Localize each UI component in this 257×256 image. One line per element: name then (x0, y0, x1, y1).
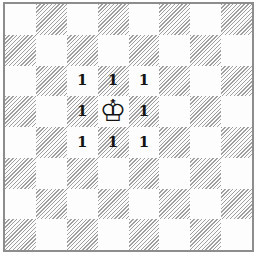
square-h3 (221, 158, 252, 189)
square-f7 (159, 35, 190, 66)
square-e8 (129, 4, 160, 35)
square-f5 (159, 96, 190, 127)
square-f2 (159, 189, 190, 220)
square-b1 (36, 219, 67, 250)
square-g1 (190, 219, 221, 250)
square-g7 (190, 35, 221, 66)
square-e6: 1 (129, 66, 160, 97)
square-g2 (190, 189, 221, 220)
square-f8 (159, 4, 190, 35)
square-b4 (36, 127, 67, 158)
square-a2 (5, 189, 36, 220)
square-h6 (221, 66, 252, 97)
square-g6 (190, 66, 221, 97)
square-c4: 1 (67, 127, 98, 158)
move-count-label-c6: 1 (77, 73, 87, 88)
square-e7 (129, 35, 160, 66)
square-d4: 1 (98, 127, 129, 158)
square-d6: 1 (98, 66, 129, 97)
square-g3 (190, 158, 221, 189)
square-d5: ♔ (98, 96, 129, 127)
square-e3 (129, 158, 160, 189)
square-h1 (221, 219, 252, 250)
square-a6 (5, 66, 36, 97)
square-c6: 1 (67, 66, 98, 97)
square-d3 (98, 158, 129, 189)
square-h4 (221, 127, 252, 158)
square-f6 (159, 66, 190, 97)
chess-diagram: 1111♔1111 (0, 0, 257, 256)
square-g5 (190, 96, 221, 127)
square-b3 (36, 158, 67, 189)
square-a1 (5, 219, 36, 250)
square-f4 (159, 127, 190, 158)
square-e5: 1 (129, 96, 160, 127)
square-a4 (5, 127, 36, 158)
square-b6 (36, 66, 67, 97)
board-frame: 1111♔1111 (3, 2, 254, 252)
square-a5 (5, 96, 36, 127)
square-c5: 1 (67, 96, 98, 127)
chess-board: 1111♔1111 (5, 4, 252, 250)
square-e2 (129, 189, 160, 220)
square-e1 (129, 219, 160, 250)
square-h8 (221, 4, 252, 35)
square-c7 (67, 35, 98, 66)
square-h5 (221, 96, 252, 127)
move-count-label-d6: 1 (108, 73, 118, 88)
move-count-label-c4: 1 (77, 135, 87, 150)
square-c1 (67, 219, 98, 250)
move-count-label-e5: 1 (139, 104, 149, 119)
square-b8 (36, 4, 67, 35)
move-count-label-e6: 1 (139, 73, 149, 88)
white-king-piece: ♔ (100, 96, 127, 126)
square-f3 (159, 158, 190, 189)
square-d2 (98, 189, 129, 220)
square-d7 (98, 35, 129, 66)
square-g4 (190, 127, 221, 158)
square-a8 (5, 4, 36, 35)
move-count-label-d4: 1 (108, 135, 118, 150)
square-d1 (98, 219, 129, 250)
square-b7 (36, 35, 67, 66)
move-count-label-c5: 1 (77, 104, 87, 119)
square-b5 (36, 96, 67, 127)
square-a7 (5, 35, 36, 66)
square-a3 (5, 158, 36, 189)
square-h2 (221, 189, 252, 220)
move-count-label-e4: 1 (139, 135, 149, 150)
square-d8 (98, 4, 129, 35)
square-e4: 1 (129, 127, 160, 158)
square-c8 (67, 4, 98, 35)
square-f1 (159, 219, 190, 250)
square-c2 (67, 189, 98, 220)
square-c3 (67, 158, 98, 189)
square-h7 (221, 35, 252, 66)
square-g8 (190, 4, 221, 35)
square-b2 (36, 189, 67, 220)
